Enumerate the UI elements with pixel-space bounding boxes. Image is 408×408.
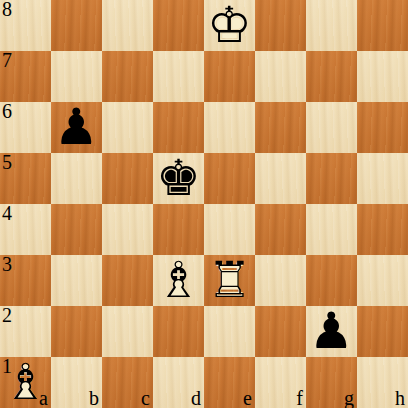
square-e5[interactable] — [204, 153, 255, 204]
square-e8[interactable]: ♚♔ — [204, 0, 255, 51]
square-a3[interactable]: 3 — [0, 255, 51, 306]
square-h1[interactable]: h — [357, 357, 408, 408]
square-c4[interactable] — [102, 204, 153, 255]
white-rook-icon: ♖ — [204, 255, 255, 306]
square-f8[interactable] — [255, 0, 306, 51]
black-pawn-icon: ♟ — [51, 102, 102, 153]
square-g4[interactable] — [306, 204, 357, 255]
black-king-icon: ♚ — [153, 153, 204, 204]
square-f6[interactable] — [255, 102, 306, 153]
square-g3[interactable] — [306, 255, 357, 306]
square-a7[interactable]: 7 — [0, 51, 51, 102]
square-h5[interactable] — [357, 153, 408, 204]
square-b8[interactable] — [51, 0, 102, 51]
chess-board-wrap: 8♚♔76♟5♚43♝♗♜♖2♟1a♝♗bcdefgh — [0, 0, 408, 408]
square-d3[interactable]: ♝♗ — [153, 255, 204, 306]
square-d5[interactable]: ♚ — [153, 153, 204, 204]
square-h4[interactable] — [357, 204, 408, 255]
file-label-g: g — [344, 389, 354, 408]
square-d1[interactable]: d — [153, 357, 204, 408]
square-e6[interactable] — [204, 102, 255, 153]
rank-label-6: 6 — [2, 101, 12, 121]
chess-board: 8♚♔76♟5♚43♝♗♜♖2♟1a♝♗bcdefgh — [0, 0, 408, 408]
square-h2[interactable] — [357, 306, 408, 357]
square-c6[interactable] — [102, 102, 153, 153]
rank-label-2: 2 — [2, 305, 12, 325]
square-c3[interactable] — [102, 255, 153, 306]
piece-white-bishop-d3[interactable]: ♝♗ — [153, 255, 204, 306]
square-g1[interactable]: g — [306, 357, 357, 408]
file-label-c: c — [141, 389, 150, 408]
black-pawn-icon: ♟ — [306, 306, 357, 357]
file-label-h: h — [395, 389, 405, 408]
square-e4[interactable] — [204, 204, 255, 255]
square-b2[interactable] — [51, 306, 102, 357]
square-a2[interactable]: 2 — [0, 306, 51, 357]
square-g7[interactable] — [306, 51, 357, 102]
rank-label-1: 1 — [2, 356, 12, 376]
square-g2[interactable]: ♟ — [306, 306, 357, 357]
white-king-icon: ♔ — [204, 0, 255, 51]
square-c8[interactable] — [102, 0, 153, 51]
square-d2[interactable] — [153, 306, 204, 357]
square-a4[interactable]: 4 — [0, 204, 51, 255]
piece-white-rook-e3[interactable]: ♜♖ — [204, 255, 255, 306]
piece-black-pawn-b6[interactable]: ♟ — [51, 102, 102, 153]
square-b5[interactable] — [51, 153, 102, 204]
square-d6[interactable] — [153, 102, 204, 153]
square-h6[interactable] — [357, 102, 408, 153]
square-c7[interactable] — [102, 51, 153, 102]
file-label-e: e — [243, 389, 252, 408]
square-b7[interactable] — [51, 51, 102, 102]
square-d8[interactable] — [153, 0, 204, 51]
square-f3[interactable] — [255, 255, 306, 306]
piece-black-pawn-g2[interactable]: ♟ — [306, 306, 357, 357]
square-h3[interactable] — [357, 255, 408, 306]
square-g5[interactable] — [306, 153, 357, 204]
square-a6[interactable]: 6 — [0, 102, 51, 153]
square-b4[interactable] — [51, 204, 102, 255]
file-label-d: d — [191, 389, 201, 408]
square-f7[interactable] — [255, 51, 306, 102]
piece-white-king-e8[interactable]: ♚♔ — [204, 0, 255, 51]
square-a8[interactable]: 8 — [0, 0, 51, 51]
square-b3[interactable] — [51, 255, 102, 306]
square-a5[interactable]: 5 — [0, 153, 51, 204]
square-c5[interactable] — [102, 153, 153, 204]
rank-label-5: 5 — [2, 152, 12, 172]
square-c1[interactable]: c — [102, 357, 153, 408]
square-f5[interactable] — [255, 153, 306, 204]
file-label-f: f — [296, 389, 303, 408]
square-c2[interactable] — [102, 306, 153, 357]
square-f1[interactable]: f — [255, 357, 306, 408]
square-f2[interactable] — [255, 306, 306, 357]
square-f4[interactable] — [255, 204, 306, 255]
square-g8[interactable] — [306, 0, 357, 51]
file-label-b: b — [89, 389, 99, 408]
square-b1[interactable]: b — [51, 357, 102, 408]
square-g6[interactable] — [306, 102, 357, 153]
square-d4[interactable] — [153, 204, 204, 255]
square-b6[interactable]: ♟ — [51, 102, 102, 153]
rank-label-7: 7 — [2, 50, 12, 70]
rank-label-3: 3 — [2, 254, 12, 274]
square-e2[interactable] — [204, 306, 255, 357]
rank-label-4: 4 — [2, 203, 12, 223]
square-e7[interactable] — [204, 51, 255, 102]
square-h7[interactable] — [357, 51, 408, 102]
square-h8[interactable] — [357, 0, 408, 51]
piece-black-king-d5[interactable]: ♚ — [153, 153, 204, 204]
square-a1[interactable]: 1a♝♗ — [0, 357, 51, 408]
square-e1[interactable]: e — [204, 357, 255, 408]
square-e3[interactable]: ♜♖ — [204, 255, 255, 306]
square-d7[interactable] — [153, 51, 204, 102]
white-bishop-icon: ♗ — [153, 255, 204, 306]
rank-label-8: 8 — [2, 0, 12, 19]
